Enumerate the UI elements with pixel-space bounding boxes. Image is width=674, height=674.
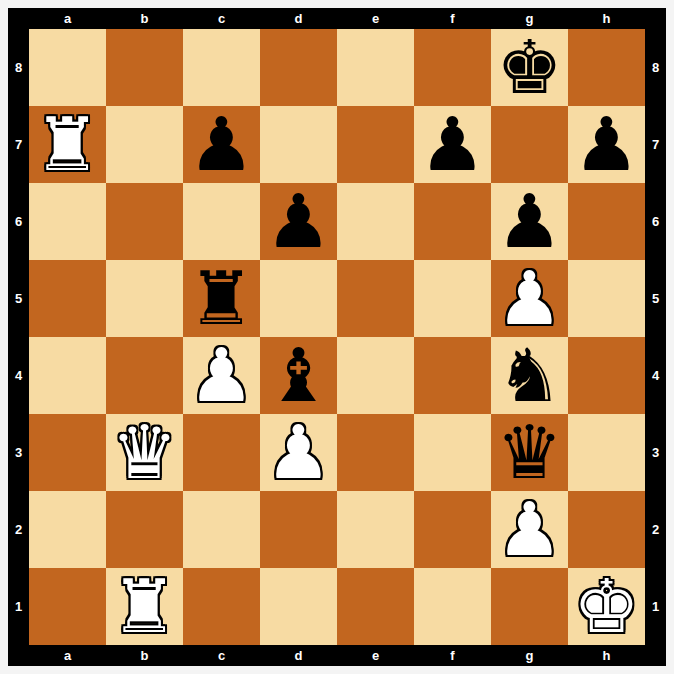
square-c4[interactable]: ♟	[183, 337, 260, 414]
square-g8[interactable]: ♚	[491, 29, 568, 106]
square-d8[interactable]	[260, 29, 337, 106]
file-label-top-c: c	[183, 8, 260, 29]
square-a8[interactable]	[29, 29, 106, 106]
square-e7[interactable]	[337, 106, 414, 183]
square-g3[interactable]: ♛	[491, 414, 568, 491]
rank-label-right-1: 1	[645, 568, 666, 645]
piece-white-pawn: ♟	[188, 337, 254, 414]
file-label-top-f: f	[414, 8, 491, 29]
rank-label-left-3: 3	[8, 414, 29, 491]
square-h4[interactable]	[568, 337, 645, 414]
square-c5[interactable]: ♜	[183, 260, 260, 337]
square-d4[interactable]: ♝	[260, 337, 337, 414]
square-d5[interactable]	[260, 260, 337, 337]
square-g1[interactable]	[491, 568, 568, 645]
square-f1[interactable]	[414, 568, 491, 645]
square-b8[interactable]	[106, 29, 183, 106]
square-a2[interactable]	[29, 491, 106, 568]
page: abcdefgh8♚87♜♟♟♟76♟♟65♜♟54♟♝♞43♛♟♛32♟21♜…	[0, 0, 674, 674]
square-c6[interactable]	[183, 183, 260, 260]
rank-label-left-7: 7	[8, 106, 29, 183]
file-label-bottom-d: d	[260, 645, 337, 666]
square-b2[interactable]	[106, 491, 183, 568]
piece-white-king: ♚	[573, 568, 639, 645]
piece-white-rook: ♜	[111, 568, 177, 645]
file-label-top-d: d	[260, 8, 337, 29]
square-e2[interactable]	[337, 491, 414, 568]
piece-white-pawn: ♟	[496, 260, 562, 337]
file-label-bottom-c: c	[183, 645, 260, 666]
file-label-top-h: h	[568, 8, 645, 29]
square-a5[interactable]	[29, 260, 106, 337]
file-label-top-b: b	[106, 8, 183, 29]
square-a4[interactable]	[29, 337, 106, 414]
chess-board-frame: abcdefgh8♚87♜♟♟♟76♟♟65♜♟54♟♝♞43♛♟♛32♟21♜…	[8, 8, 666, 666]
square-h3[interactable]	[568, 414, 645, 491]
square-d1[interactable]	[260, 568, 337, 645]
square-d6[interactable]: ♟	[260, 183, 337, 260]
piece-black-pawn: ♟	[265, 183, 331, 260]
chess-board: abcdefgh8♚87♜♟♟♟76♟♟65♜♟54♟♝♞43♛♟♛32♟21♜…	[8, 8, 666, 666]
piece-black-rook: ♜	[188, 260, 254, 337]
square-a3[interactable]	[29, 414, 106, 491]
rank-label-right-2: 2	[645, 491, 666, 568]
square-f6[interactable]	[414, 183, 491, 260]
rank-label-left-6: 6	[8, 183, 29, 260]
square-d2[interactable]	[260, 491, 337, 568]
file-label-bottom-f: f	[414, 645, 491, 666]
frame-corner-top-right	[645, 8, 666, 29]
square-c7[interactable]: ♟	[183, 106, 260, 183]
rank-label-left-2: 2	[8, 491, 29, 568]
rank-label-right-8: 8	[645, 29, 666, 106]
frame-corner-bottom-left	[8, 645, 29, 666]
piece-white-pawn: ♟	[265, 414, 331, 491]
file-label-bottom-a: a	[29, 645, 106, 666]
square-a1[interactable]	[29, 568, 106, 645]
square-d3[interactable]: ♟	[260, 414, 337, 491]
rank-label-right-3: 3	[645, 414, 666, 491]
piece-black-king: ♚	[496, 29, 562, 106]
rank-label-right-5: 5	[645, 260, 666, 337]
piece-white-pawn: ♟	[496, 491, 562, 568]
rank-label-right-7: 7	[645, 106, 666, 183]
piece-black-pawn: ♟	[573, 106, 639, 183]
square-e3[interactable]	[337, 414, 414, 491]
file-label-bottom-b: b	[106, 645, 183, 666]
square-a7[interactable]: ♜	[29, 106, 106, 183]
piece-black-knight: ♞	[496, 337, 562, 414]
square-b1[interactable]: ♜	[106, 568, 183, 645]
square-h5[interactable]	[568, 260, 645, 337]
piece-black-pawn: ♟	[188, 106, 254, 183]
square-f7[interactable]: ♟	[414, 106, 491, 183]
frame-corner-bottom-right	[645, 645, 666, 666]
rank-label-left-8: 8	[8, 29, 29, 106]
square-g7[interactable]	[491, 106, 568, 183]
square-d7[interactable]	[260, 106, 337, 183]
square-e4[interactable]	[337, 337, 414, 414]
piece-black-bishop: ♝	[265, 337, 331, 414]
square-e6[interactable]	[337, 183, 414, 260]
square-g5[interactable]: ♟	[491, 260, 568, 337]
rank-label-right-6: 6	[645, 183, 666, 260]
square-f3[interactable]	[414, 414, 491, 491]
file-label-top-e: e	[337, 8, 414, 29]
square-f8[interactable]	[414, 29, 491, 106]
square-c8[interactable]	[183, 29, 260, 106]
square-c2[interactable]	[183, 491, 260, 568]
square-c1[interactable]	[183, 568, 260, 645]
square-e5[interactable]	[337, 260, 414, 337]
square-b7[interactable]	[106, 106, 183, 183]
piece-black-pawn: ♟	[496, 183, 562, 260]
square-b6[interactable]	[106, 183, 183, 260]
square-h7[interactable]: ♟	[568, 106, 645, 183]
square-f4[interactable]	[414, 337, 491, 414]
square-b3[interactable]: ♛	[106, 414, 183, 491]
square-f2[interactable]	[414, 491, 491, 568]
square-h1[interactable]: ♚	[568, 568, 645, 645]
square-h6[interactable]	[568, 183, 645, 260]
square-c3[interactable]	[183, 414, 260, 491]
rank-label-left-1: 1	[8, 568, 29, 645]
frame-corner-top-left	[8, 8, 29, 29]
square-h2[interactable]	[568, 491, 645, 568]
piece-black-pawn: ♟	[419, 106, 485, 183]
rank-label-left-5: 5	[8, 260, 29, 337]
square-e8[interactable]	[337, 29, 414, 106]
piece-black-queen: ♛	[496, 414, 562, 491]
rank-label-right-4: 4	[645, 337, 666, 414]
square-a6[interactable]	[29, 183, 106, 260]
piece-white-rook: ♜	[34, 106, 100, 183]
square-h8[interactable]	[568, 29, 645, 106]
square-b5[interactable]	[106, 260, 183, 337]
rank-label-left-4: 4	[8, 337, 29, 414]
square-e1[interactable]	[337, 568, 414, 645]
square-g2[interactable]: ♟	[491, 491, 568, 568]
square-f5[interactable]	[414, 260, 491, 337]
square-g6[interactable]: ♟	[491, 183, 568, 260]
square-g4[interactable]: ♞	[491, 337, 568, 414]
file-label-bottom-e: e	[337, 645, 414, 666]
file-label-top-a: a	[29, 8, 106, 29]
square-b4[interactable]	[106, 337, 183, 414]
file-label-bottom-g: g	[491, 645, 568, 666]
piece-white-queen: ♛	[111, 414, 177, 491]
file-label-bottom-h: h	[568, 645, 645, 666]
